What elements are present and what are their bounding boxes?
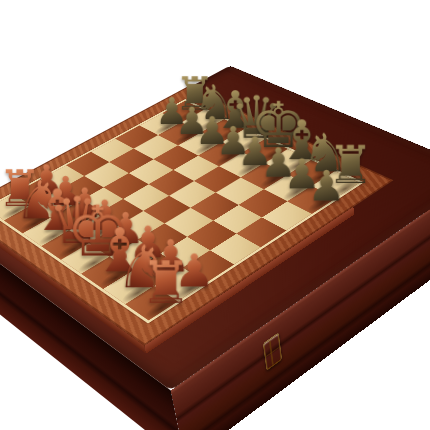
square-h7[interactable]: ♟ <box>287 186 336 214</box>
product-photo: ♜♟♟♜♞♟♟♞♝♟♟♝♛♟♟♛♚♟♟♚♝♟♟♝♞♟♟♞♜♟♟♜ <box>0 0 430 430</box>
gold-clasp-left <box>263 333 282 372</box>
chess-case: ♜♟♟♜♞♟♟♞♝♟♟♝♛♟♟♛♚♟♟♚♝♟♟♝♞♟♟♞♜♟♟♜ <box>0 66 430 391</box>
piece-black-pawn[interactable]: ♟ <box>273 165 380 207</box>
piece-white-rook[interactable]: ♜ <box>107 254 224 312</box>
square-h1[interactable]: ♜ <box>125 286 178 321</box>
